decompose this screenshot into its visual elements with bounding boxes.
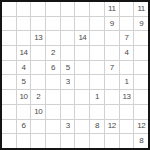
cell-r1c3[interactable]: [31, 2, 45, 16]
cell-r7c8[interactable]: [105, 90, 119, 104]
cell-r6c4[interactable]: [46, 75, 60, 89]
cell-r4c3[interactable]: [31, 46, 45, 60]
cell-r6c1[interactable]: [2, 75, 16, 89]
cell-r9c7[interactable]: 8: [90, 120, 104, 134]
cell-r9c4[interactable]: [46, 120, 60, 134]
cell-r9c9[interactable]: [120, 120, 134, 134]
cell-r7c4[interactable]: [46, 90, 60, 104]
cell-r10c1[interactable]: [2, 134, 16, 148]
cell-r10c8[interactable]: [105, 134, 119, 148]
cell-r5c1[interactable]: [2, 61, 16, 75]
clue-number: 8: [95, 122, 99, 130]
cell-r8c1[interactable]: [2, 105, 16, 119]
cell-r2c4[interactable]: [46, 17, 60, 31]
cell-r9c6[interactable]: [75, 120, 89, 134]
clue-number: 12: [108, 122, 116, 130]
clue-number: 4: [124, 49, 128, 57]
cell-r3c6[interactable]: 14: [75, 31, 89, 45]
clue-number: 3: [66, 122, 70, 130]
cell-r10c10[interactable]: 8: [134, 134, 148, 148]
cell-r6c10[interactable]: [134, 75, 148, 89]
cell-r6c7[interactable]: [90, 75, 104, 89]
cell-r1c5[interactable]: [61, 2, 75, 16]
cell-r6c3[interactable]: [31, 75, 45, 89]
cell-r5c9[interactable]: [120, 61, 134, 75]
cell-r5c6[interactable]: [75, 61, 89, 75]
cell-r5c7[interactable]: [90, 61, 104, 75]
cell-r2c1[interactable]: [2, 17, 16, 31]
clue-number: 11: [108, 5, 115, 13]
cell-r6c2[interactable]: 5: [17, 75, 31, 89]
cell-r2c7[interactable]: [90, 17, 104, 31]
cell-r4c8[interactable]: [105, 46, 119, 60]
cell-r4c5[interactable]: [61, 46, 75, 60]
cell-r10c9[interactable]: [120, 134, 134, 148]
cell-r9c2[interactable]: 6: [17, 120, 31, 134]
cell-r1c7[interactable]: [90, 2, 104, 16]
cell-r7c10[interactable]: [134, 90, 148, 104]
clue-number: 1: [95, 93, 99, 101]
cell-r9c10[interactable]: 12: [134, 120, 148, 134]
clue-number: 9: [110, 20, 114, 28]
cell-r10c4[interactable]: [46, 134, 60, 148]
clue-number: 8: [139, 137, 143, 145]
cell-r1c1[interactable]: [2, 2, 16, 16]
cell-r8c3[interactable]: 10: [31, 105, 45, 119]
cell-r4c6[interactable]: [75, 46, 89, 60]
cell-r8c5[interactable]: [61, 105, 75, 119]
cell-r2c3[interactable]: [31, 17, 45, 31]
cell-r7c5[interactable]: [61, 90, 75, 104]
clue-number: 7: [124, 34, 128, 42]
cell-r8c7[interactable]: [90, 105, 104, 119]
cell-r4c4[interactable]: 2: [46, 46, 60, 60]
cell-r7c3[interactable]: 2: [31, 90, 45, 104]
cell-r3c10[interactable]: [134, 31, 148, 45]
clue-number: 3: [66, 78, 70, 86]
cell-r1c9[interactable]: [120, 2, 134, 16]
cell-r10c6[interactable]: [75, 134, 89, 148]
cell-r9c1[interactable]: [2, 120, 16, 134]
cell-r6c8[interactable]: [105, 75, 119, 89]
cell-r7c7[interactable]: 1: [90, 90, 104, 104]
cell-r8c8[interactable]: [105, 105, 119, 119]
cell-r2c8[interactable]: 9: [105, 17, 119, 31]
cell-r8c9[interactable]: [120, 105, 134, 119]
clue-number: 2: [36, 93, 40, 101]
cell-r1c8[interactable]: 11: [105, 2, 119, 16]
cell-r10c3[interactable]: [31, 134, 45, 148]
cell-r5c4[interactable]: 6: [46, 61, 60, 75]
cell-r7c6[interactable]: [75, 90, 89, 104]
cell-r3c1[interactable]: [2, 31, 16, 45]
clue-number: 14: [78, 34, 86, 42]
clue-number: 9: [139, 20, 143, 28]
cell-r8c2[interactable]: [17, 105, 31, 119]
cell-r3c7[interactable]: [90, 31, 104, 45]
cell-r2c5[interactable]: [61, 17, 75, 31]
cell-r1c10[interactable]: 11: [134, 2, 148, 16]
cell-r4c10[interactable]: [134, 46, 148, 60]
cell-r10c2[interactable]: [17, 134, 31, 148]
cell-r10c7[interactable]: [90, 134, 104, 148]
clue-number: 4: [22, 64, 26, 72]
clue-number: 12: [137, 122, 145, 130]
clue-number: 6: [22, 122, 26, 130]
cell-r6c5[interactable]: 3: [61, 75, 75, 89]
cell-r6c9[interactable]: 1: [120, 75, 134, 89]
clue-number: 14: [20, 49, 28, 57]
clue-number: 7: [110, 64, 114, 72]
cell-r1c2[interactable]: [17, 2, 31, 16]
cell-r3c9[interactable]: 7: [120, 31, 134, 45]
cell-r5c3[interactable]: [31, 61, 45, 75]
cell-r8c10[interactable]: [134, 105, 148, 119]
cell-r3c8[interactable]: [105, 31, 119, 45]
clue-number: 2: [51, 49, 55, 57]
cell-r2c10[interactable]: 9: [134, 17, 148, 31]
cell-r5c8[interactable]: 7: [105, 61, 119, 75]
clue-number: 6: [51, 64, 55, 72]
clue-number: 5: [66, 64, 70, 72]
cell-r10c5[interactable]: [61, 134, 75, 148]
cell-r3c5[interactable]: [61, 31, 75, 45]
cell-r4c1[interactable]: [2, 46, 16, 60]
cell-r2c2[interactable]: [17, 17, 31, 31]
cell-r8c4[interactable]: [46, 105, 60, 119]
cell-r5c10[interactable]: [134, 61, 148, 75]
cell-r4c2[interactable]: 14: [17, 46, 31, 60]
cell-r4c9[interactable]: 4: [120, 46, 134, 60]
cell-r9c3[interactable]: [31, 120, 45, 134]
cell-r2c9[interactable]: [120, 17, 134, 31]
clue-number: 5: [22, 78, 26, 86]
cell-r5c5[interactable]: 5: [61, 61, 75, 75]
cell-r1c6[interactable]: [75, 2, 89, 16]
cell-r3c3[interactable]: 13: [31, 31, 45, 45]
cell-r7c1[interactable]: [2, 90, 16, 104]
cell-r8c6[interactable]: [75, 105, 89, 119]
cell-r9c5[interactable]: 3: [61, 120, 75, 134]
cell-r6c6[interactable]: [75, 75, 89, 89]
clue-number: 1: [124, 78, 128, 86]
clue-number: 13: [122, 93, 130, 101]
cell-r7c2[interactable]: 10: [17, 90, 31, 104]
cell-r5c2[interactable]: 4: [17, 61, 31, 75]
cell-r7c9[interactable]: 13: [120, 90, 134, 104]
numberlink-board: 11119913147142446575311021131063812128: [0, 0, 150, 150]
cell-r2c6[interactable]: [75, 17, 89, 31]
clue-number: 10: [34, 108, 42, 116]
cell-r4c7[interactable]: [90, 46, 104, 60]
cell-r3c4[interactable]: [46, 31, 60, 45]
cell-r9c8[interactable]: 12: [105, 120, 119, 134]
cell-r3c2[interactable]: [17, 31, 31, 45]
clue-number: 10: [20, 93, 28, 101]
clue-number: 13: [34, 34, 42, 42]
cell-r1c4[interactable]: [46, 2, 60, 16]
clue-number: 11: [137, 5, 144, 13]
